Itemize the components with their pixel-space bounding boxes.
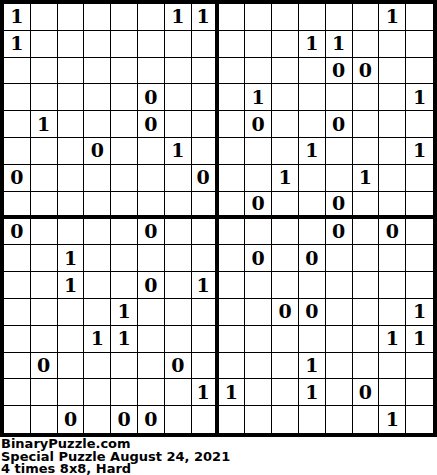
cell-r6c8[interactable]	[192, 138, 219, 165]
cell-r15c8: 1	[192, 379, 219, 406]
cell-r9c5[interactable]	[111, 219, 138, 246]
cell-r16c1[interactable]	[4, 406, 31, 433]
cell-r5c6: 0	[138, 111, 165, 138]
cell-r16c6: 0	[138, 406, 165, 433]
cell-r1c14[interactable]	[353, 4, 380, 31]
cell-r2c16[interactable]	[406, 31, 433, 58]
cell-r5c5[interactable]	[111, 111, 138, 138]
cell-r15c12: 1	[299, 379, 326, 406]
cell-r10c15[interactable]	[379, 245, 406, 272]
cell-r14c2: 0	[31, 353, 58, 380]
cell-r12c6[interactable]	[138, 299, 165, 326]
cell-r12c14[interactable]	[353, 299, 380, 326]
cell-r6c12: 1	[299, 138, 326, 165]
cell-r12c16: 1	[406, 299, 433, 326]
cell-r13c12[interactable]	[299, 326, 326, 353]
cell-r9c14[interactable]	[353, 219, 380, 246]
cell-r3c13: 0	[326, 58, 353, 85]
cell-r15c6[interactable]	[138, 379, 165, 406]
cell-r11c8: 1	[192, 272, 219, 299]
cell-r16c10[interactable]	[245, 406, 272, 433]
cell-r14c9[interactable]	[219, 353, 246, 380]
cell-r14c4[interactable]	[84, 353, 111, 380]
cell-r2c7[interactable]	[165, 31, 192, 58]
cell-r15c3[interactable]	[58, 379, 85, 406]
cell-r13c4: 1	[84, 326, 111, 353]
cell-r1c6[interactable]	[138, 4, 165, 31]
cell-r15c4[interactable]	[84, 379, 111, 406]
cell-r3c2[interactable]	[31, 58, 58, 85]
cell-r4c14[interactable]	[353, 84, 380, 111]
cell-r8c2[interactable]	[31, 192, 58, 219]
cell-r3c16[interactable]	[406, 58, 433, 85]
cell-r1c13[interactable]	[326, 4, 353, 31]
cell-r8c14[interactable]	[353, 192, 380, 219]
cell-r14c10[interactable]	[245, 353, 272, 380]
cell-r5c10: 0	[245, 111, 272, 138]
cell-r4c10: 1	[245, 84, 272, 111]
cell-r11c14[interactable]	[353, 272, 380, 299]
cell-r8c1[interactable]	[4, 192, 31, 219]
cell-r13c16: 1	[406, 326, 433, 353]
cell-r2c10[interactable]	[245, 31, 272, 58]
cell-r9c4[interactable]	[84, 219, 111, 246]
cell-r12c4[interactable]	[84, 299, 111, 326]
cell-r10c7[interactable]	[165, 245, 192, 272]
cell-r12c12: 0	[299, 299, 326, 326]
cell-r9c9[interactable]	[219, 219, 246, 246]
cell-r9c2[interactable]	[31, 219, 58, 246]
cell-r6c15[interactable]	[379, 138, 406, 165]
cell-r8c7[interactable]	[165, 192, 192, 219]
cell-r9c13: 0	[326, 219, 353, 246]
cell-r5c11[interactable]	[272, 111, 299, 138]
cell-r2c6[interactable]	[138, 31, 165, 58]
cell-r3c10[interactable]	[245, 58, 272, 85]
cell-r4c4[interactable]	[84, 84, 111, 111]
cell-r14c12: 1	[299, 353, 326, 380]
cell-r16c4[interactable]	[84, 406, 111, 433]
cell-r12c7[interactable]	[165, 299, 192, 326]
cell-r3c7[interactable]	[165, 58, 192, 85]
cell-r11c9[interactable]	[219, 272, 246, 299]
cell-r11c11[interactable]	[272, 272, 299, 299]
cell-r4c13[interactable]	[326, 84, 353, 111]
cell-r4c12[interactable]	[299, 84, 326, 111]
cell-r16c3: 0	[58, 406, 85, 433]
cell-r11c12[interactable]	[299, 272, 326, 299]
cell-r13c3[interactable]	[58, 326, 85, 353]
cell-r7c5[interactable]	[111, 165, 138, 192]
cell-r10c10: 0	[245, 245, 272, 272]
cell-r5c7[interactable]	[165, 111, 192, 138]
cell-r11c1[interactable]	[4, 272, 31, 299]
cell-r6c4: 0	[84, 138, 111, 165]
cell-r4c1[interactable]	[4, 84, 31, 111]
cell-r14c11[interactable]	[272, 353, 299, 380]
cell-r5c16[interactable]	[406, 111, 433, 138]
cell-r7c2[interactable]	[31, 165, 58, 192]
cell-r11c13[interactable]	[326, 272, 353, 299]
cell-r15c10[interactable]	[245, 379, 272, 406]
cell-r16c15: 1	[379, 406, 406, 433]
cell-r13c10[interactable]	[245, 326, 272, 353]
cell-r14c1[interactable]	[4, 353, 31, 380]
cell-r12c8[interactable]	[192, 299, 219, 326]
cell-r2c9[interactable]	[219, 31, 246, 58]
cell-r5c2: 1	[31, 111, 58, 138]
cell-r3c11[interactable]	[272, 58, 299, 85]
cell-r6c2[interactable]	[31, 138, 58, 165]
cell-r15c5[interactable]	[111, 379, 138, 406]
cell-r7c1: 0	[4, 165, 31, 192]
cell-r12c13[interactable]	[326, 299, 353, 326]
cell-r14c13[interactable]	[326, 353, 353, 380]
cell-r3c5[interactable]	[111, 58, 138, 85]
cell-r14c6[interactable]	[138, 353, 165, 380]
cell-r11c4[interactable]	[84, 272, 111, 299]
cell-r15c9: 1	[219, 379, 246, 406]
cell-r1c1: 1	[4, 4, 31, 31]
cell-r10c16[interactable]	[406, 245, 433, 272]
cell-r8c12[interactable]	[299, 192, 326, 219]
cell-r13c7[interactable]	[165, 326, 192, 353]
cell-r6c14[interactable]	[353, 138, 380, 165]
cell-r7c6[interactable]	[138, 165, 165, 192]
cell-r12c2[interactable]	[31, 299, 58, 326]
cell-r5c4[interactable]	[84, 111, 111, 138]
cell-r14c15[interactable]	[379, 353, 406, 380]
cell-r5c9[interactable]	[219, 111, 246, 138]
cell-r3c4[interactable]	[84, 58, 111, 85]
cell-r10c11[interactable]	[272, 245, 299, 272]
cell-r6c6[interactable]	[138, 138, 165, 165]
cell-r4c5[interactable]	[111, 84, 138, 111]
cell-r1c9[interactable]	[219, 4, 246, 31]
cell-r12c3[interactable]	[58, 299, 85, 326]
cell-r8c5[interactable]	[111, 192, 138, 219]
cell-r13c15: 1	[379, 326, 406, 353]
cell-r11c6: 0	[138, 272, 165, 299]
cell-r1c15: 1	[379, 4, 406, 31]
cell-r8c15[interactable]	[379, 192, 406, 219]
cell-r14c14[interactable]	[353, 353, 380, 380]
cell-r7c15[interactable]	[379, 165, 406, 192]
cell-r1c4[interactable]	[84, 4, 111, 31]
cell-r15c11[interactable]	[272, 379, 299, 406]
cell-r9c7[interactable]	[165, 219, 192, 246]
cell-r8c10: 0	[245, 192, 272, 219]
cell-r16c8[interactable]	[192, 406, 219, 433]
cell-r7c7[interactable]	[165, 165, 192, 192]
cell-r1c10[interactable]	[245, 4, 272, 31]
cell-r1c2[interactable]	[31, 4, 58, 31]
cell-r13c1[interactable]	[4, 326, 31, 353]
cell-r5c15[interactable]	[379, 111, 406, 138]
cell-r8c8[interactable]	[192, 192, 219, 219]
cell-r8c6[interactable]	[138, 192, 165, 219]
cell-r1c11[interactable]	[272, 4, 299, 31]
cell-r11c5[interactable]	[111, 272, 138, 299]
cell-r2c3[interactable]	[58, 31, 85, 58]
cell-r12c10[interactable]	[245, 299, 272, 326]
cell-r2c1: 1	[4, 31, 31, 58]
cell-r14c3[interactable]	[58, 353, 85, 380]
cell-r3c14: 0	[353, 58, 380, 85]
cell-r12c15[interactable]	[379, 299, 406, 326]
cell-r14c7: 0	[165, 353, 192, 380]
cell-r6c7: 1	[165, 138, 192, 165]
cell-r13c2[interactable]	[31, 326, 58, 353]
cell-r10c4[interactable]	[84, 245, 111, 272]
cell-r16c16[interactable]	[406, 406, 433, 433]
cell-r15c7[interactable]	[165, 379, 192, 406]
binary-puzzle-board: 1111111000111000011100110000001001011001…	[0, 0, 437, 437]
cell-r15c1[interactable]	[4, 379, 31, 406]
cell-r9c6: 0	[138, 219, 165, 246]
cell-r2c15[interactable]	[379, 31, 406, 58]
cell-r13c6[interactable]	[138, 326, 165, 353]
cell-r7c13[interactable]	[326, 165, 353, 192]
cell-r15c14: 0	[353, 379, 380, 406]
cell-r5c14[interactable]	[353, 111, 380, 138]
cell-r7c4[interactable]	[84, 165, 111, 192]
cell-r11c2[interactable]	[31, 272, 58, 299]
cell-r16c5: 0	[111, 406, 138, 433]
cell-r2c13: 1	[326, 31, 353, 58]
cell-r12c11: 0	[272, 299, 299, 326]
cell-r1c12[interactable]	[299, 4, 326, 31]
cell-r2c11[interactable]	[272, 31, 299, 58]
cell-r4c8[interactable]	[192, 84, 219, 111]
cell-r3c12[interactable]	[299, 58, 326, 85]
cell-r12c9[interactable]	[219, 299, 246, 326]
cell-r9c15: 0	[379, 219, 406, 246]
cell-r6c11[interactable]	[272, 138, 299, 165]
cell-r10c5[interactable]	[111, 245, 138, 272]
cell-r16c14[interactable]	[353, 406, 380, 433]
cell-r8c3[interactable]	[58, 192, 85, 219]
cell-r5c13: 0	[326, 111, 353, 138]
cell-r8c13: 0	[326, 192, 353, 219]
cell-r9c3[interactable]	[58, 219, 85, 246]
cell-r5c1[interactable]	[4, 111, 31, 138]
cell-r16c7[interactable]	[165, 406, 192, 433]
cell-r1c7: 1	[165, 4, 192, 31]
cell-r5c8[interactable]	[192, 111, 219, 138]
cell-r12c1[interactable]	[4, 299, 31, 326]
cell-r6c10[interactable]	[245, 138, 272, 165]
cell-r7c10[interactable]	[245, 165, 272, 192]
cell-r12c5: 1	[111, 299, 138, 326]
cell-r2c8[interactable]	[192, 31, 219, 58]
cell-r9c10[interactable]	[245, 219, 272, 246]
cell-r7c16[interactable]	[406, 165, 433, 192]
cell-r8c9[interactable]	[219, 192, 246, 219]
cell-r14c8[interactable]	[192, 353, 219, 380]
cell-r4c9[interactable]	[219, 84, 246, 111]
cell-r2c4[interactable]	[84, 31, 111, 58]
cell-r6c3[interactable]	[58, 138, 85, 165]
cell-r15c15[interactable]	[379, 379, 406, 406]
cell-r1c16[interactable]	[406, 4, 433, 31]
cell-r3c15[interactable]	[379, 58, 406, 85]
cell-r5c3[interactable]	[58, 111, 85, 138]
cell-r3c1[interactable]	[4, 58, 31, 85]
cell-r14c16[interactable]	[406, 353, 433, 380]
cell-r15c16[interactable]	[406, 379, 433, 406]
cell-r3c9[interactable]	[219, 58, 246, 85]
cell-r10c2[interactable]	[31, 245, 58, 272]
cell-r14c5[interactable]	[111, 353, 138, 380]
cell-r13c8[interactable]	[192, 326, 219, 353]
cell-r11c3: 1	[58, 272, 85, 299]
cell-r6c5[interactable]	[111, 138, 138, 165]
cell-r10c14[interactable]	[353, 245, 380, 272]
cell-r9c12[interactable]	[299, 219, 326, 246]
cell-r4c7[interactable]	[165, 84, 192, 111]
cell-r16c9[interactable]	[219, 406, 246, 433]
cell-r10c12: 0	[299, 245, 326, 272]
cell-r7c14: 1	[353, 165, 380, 192]
cell-r15c13[interactable]	[326, 379, 353, 406]
cell-r3c8[interactable]	[192, 58, 219, 85]
cell-r7c9[interactable]	[219, 165, 246, 192]
cell-r15c2[interactable]	[31, 379, 58, 406]
cell-r6c9[interactable]	[219, 138, 246, 165]
cell-r9c1: 0	[4, 219, 31, 246]
cell-r13c5: 1	[111, 326, 138, 353]
cell-r2c5[interactable]	[111, 31, 138, 58]
cell-r10c1[interactable]	[4, 245, 31, 272]
cell-r4c6: 0	[138, 84, 165, 111]
cell-r13c9[interactable]	[219, 326, 246, 353]
cell-r1c3[interactable]	[58, 4, 85, 31]
cell-r10c3: 1	[58, 245, 85, 272]
cell-r10c13[interactable]	[326, 245, 353, 272]
cell-r8c16[interactable]	[406, 192, 433, 219]
cell-r16c12[interactable]	[299, 406, 326, 433]
cell-r11c7[interactable]	[165, 272, 192, 299]
cell-r3c3[interactable]	[58, 58, 85, 85]
cell-r2c2[interactable]	[31, 31, 58, 58]
cell-r8c11[interactable]	[272, 192, 299, 219]
cell-r13c11[interactable]	[272, 326, 299, 353]
cell-r10c8[interactable]	[192, 245, 219, 272]
cell-r7c8: 0	[192, 165, 219, 192]
cell-r9c16[interactable]	[406, 219, 433, 246]
cell-r1c5[interactable]	[111, 4, 138, 31]
cell-r10c9[interactable]	[219, 245, 246, 272]
cell-r9c11[interactable]	[272, 219, 299, 246]
cell-r13c13[interactable]	[326, 326, 353, 353]
cell-r4c15[interactable]	[379, 84, 406, 111]
cell-r2c12: 1	[299, 31, 326, 58]
cell-r16c11[interactable]	[272, 406, 299, 433]
cell-r16c2[interactable]	[31, 406, 58, 433]
cell-r13c14[interactable]	[353, 326, 380, 353]
cell-r7c12[interactable]	[299, 165, 326, 192]
cell-r11c15[interactable]	[379, 272, 406, 299]
cell-r7c3[interactable]	[58, 165, 85, 192]
cell-r10c6[interactable]	[138, 245, 165, 272]
cell-r11c10[interactable]	[245, 272, 272, 299]
cell-r2c14[interactable]	[353, 31, 380, 58]
cell-r4c16: 1	[406, 84, 433, 111]
cell-r3c6[interactable]	[138, 58, 165, 85]
cell-r6c13[interactable]	[326, 138, 353, 165]
cell-r1c8: 1	[192, 4, 219, 31]
cell-r5c12[interactable]	[299, 111, 326, 138]
cell-r7c11: 1	[272, 165, 299, 192]
cell-r6c16: 1	[406, 138, 433, 165]
puzzle-caption: BinaryPuzzle.com Special Puzzle August 2…	[0, 437, 437, 475]
cell-r4c3[interactable]	[58, 84, 85, 111]
cell-r16c13[interactable]	[326, 406, 353, 433]
cell-r4c2[interactable]	[31, 84, 58, 111]
caption-difficulty: 4 times 8x8, Hard	[1, 463, 437, 475]
cell-r11c16[interactable]	[406, 272, 433, 299]
cell-r4c11[interactable]	[272, 84, 299, 111]
cell-r9c8[interactable]	[192, 219, 219, 246]
cell-r6c1[interactable]	[4, 138, 31, 165]
cell-r8c4[interactable]	[84, 192, 111, 219]
